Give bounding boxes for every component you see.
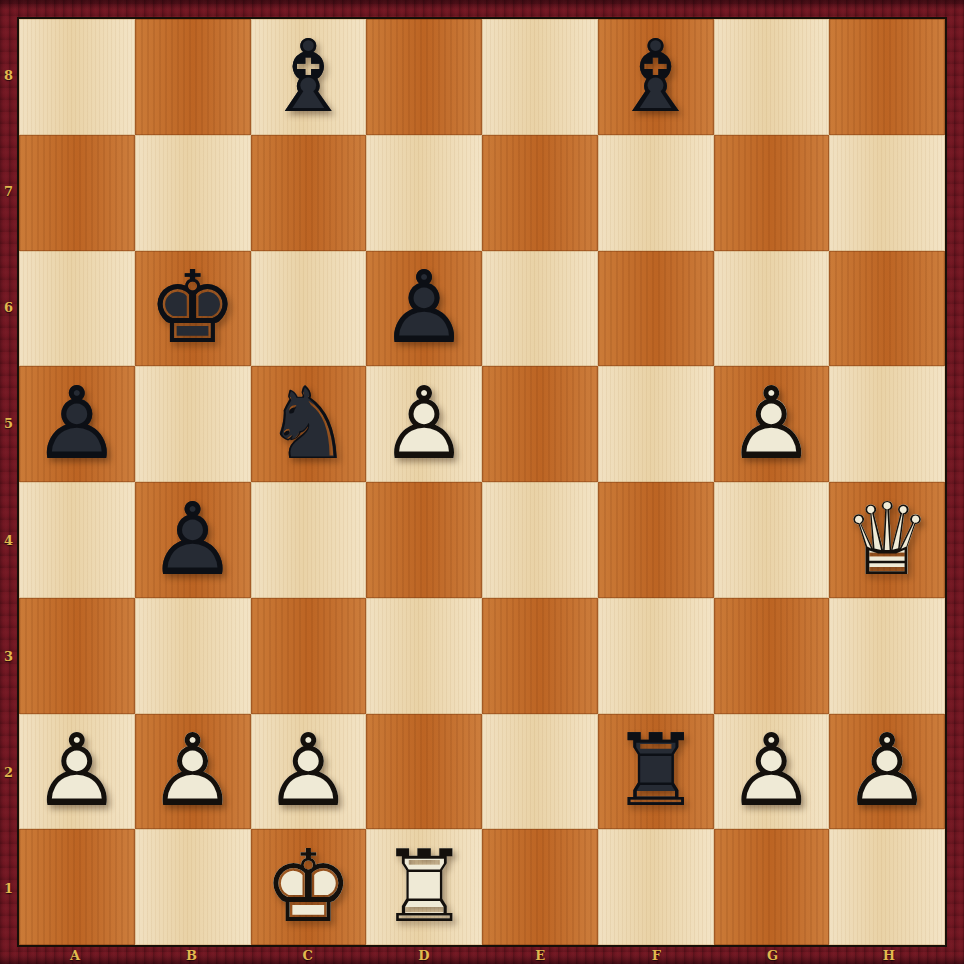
square-e7[interactable] — [482, 135, 598, 251]
pawn-outline: ♙ — [19, 366, 135, 482]
square-e8[interactable] — [482, 19, 598, 135]
square-h1[interactable] — [829, 829, 945, 945]
square-e2[interactable] — [482, 714, 598, 830]
bishop-outline: ♗ — [598, 19, 714, 135]
square-a4[interactable] — [19, 482, 135, 598]
square-c3[interactable] — [251, 598, 367, 714]
pawn-outline: ♙ — [19, 714, 135, 830]
pawn-outline: ♙ — [135, 482, 251, 598]
chess-board: ♝♗♝♗♚♔♟♙♟♙♞♘♟♙♟♙♟♙♛♕♟♙♟♙♟♙♜♖♟♙♟♙♚♔♜♖ — [17, 17, 947, 947]
square-b5[interactable] — [135, 366, 251, 482]
square-d1[interactable]: ♜♖ — [366, 829, 482, 945]
square-d3[interactable] — [366, 598, 482, 714]
pawn-outline: ♙ — [135, 714, 251, 830]
white-pawn[interactable]: ♟♙ — [714, 714, 830, 830]
square-a6[interactable] — [19, 251, 135, 367]
rank-label-7: 7 — [0, 133, 17, 249]
square-e4[interactable] — [482, 482, 598, 598]
white-queen[interactable]: ♛♕ — [829, 482, 945, 598]
rook-outline: ♖ — [598, 714, 714, 830]
square-f8[interactable]: ♝♗ — [598, 19, 714, 135]
black-pawn[interactable]: ♟♙ — [135, 482, 251, 598]
white-pawn[interactable]: ♟♙ — [366, 366, 482, 482]
square-c4[interactable] — [251, 482, 367, 598]
square-g4[interactable] — [714, 482, 830, 598]
square-c1[interactable]: ♚♔ — [251, 829, 367, 945]
square-b4[interactable]: ♟♙ — [135, 482, 251, 598]
square-b8[interactable] — [135, 19, 251, 135]
king-outline: ♔ — [135, 251, 251, 367]
knight-outline: ♘ — [251, 366, 367, 482]
rank-label-2: 2 — [0, 715, 17, 831]
square-c6[interactable] — [251, 251, 367, 367]
queen-outline: ♕ — [829, 482, 945, 598]
black-king[interactable]: ♚♔ — [135, 251, 251, 367]
square-g3[interactable] — [714, 598, 830, 714]
square-f6[interactable] — [598, 251, 714, 367]
pawn-outline: ♙ — [714, 714, 830, 830]
rank-label-6: 6 — [0, 250, 17, 366]
square-c5[interactable]: ♞♘ — [251, 366, 367, 482]
white-pawn[interactable]: ♟♙ — [135, 714, 251, 830]
rank-label-5: 5 — [0, 366, 17, 482]
black-bishop[interactable]: ♝♗ — [598, 19, 714, 135]
square-d7[interactable] — [366, 135, 482, 251]
black-bishop[interactable]: ♝♗ — [251, 19, 367, 135]
square-f3[interactable] — [598, 598, 714, 714]
white-king[interactable]: ♚♔ — [251, 829, 367, 945]
file-label-e: E — [482, 947, 598, 964]
white-rook[interactable]: ♜♖ — [366, 829, 482, 945]
pawn-outline: ♙ — [366, 251, 482, 367]
black-rook[interactable]: ♜♖ — [598, 714, 714, 830]
square-h5[interactable] — [829, 366, 945, 482]
king-outline: ♔ — [251, 829, 367, 945]
square-f5[interactable] — [598, 366, 714, 482]
file-label-a: A — [17, 947, 133, 964]
square-b3[interactable] — [135, 598, 251, 714]
rank-label-1: 1 — [0, 831, 17, 947]
rook-outline: ♖ — [366, 829, 482, 945]
square-b1[interactable] — [135, 829, 251, 945]
square-g7[interactable] — [714, 135, 830, 251]
file-label-b: B — [133, 947, 249, 964]
pawn-outline: ♙ — [714, 366, 830, 482]
file-labels: ABCDEFGH — [17, 947, 947, 964]
rank-label-8: 8 — [0, 17, 17, 133]
square-f4[interactable] — [598, 482, 714, 598]
file-label-c: C — [250, 947, 366, 964]
square-c8[interactable]: ♝♗ — [251, 19, 367, 135]
square-h3[interactable] — [829, 598, 945, 714]
white-pawn[interactable]: ♟♙ — [251, 714, 367, 830]
square-b7[interactable] — [135, 135, 251, 251]
bishop-outline: ♗ — [251, 19, 367, 135]
file-label-g: G — [715, 947, 831, 964]
file-label-d: D — [366, 947, 482, 964]
chessboard-app: ♝♗♝♗♚♔♟♙♟♙♞♘♟♙♟♙♟♙♛♕♟♙♟♙♟♙♜♖♟♙♟♙♚♔♜♖ 876… — [0, 0, 964, 964]
rank-label-3: 3 — [0, 598, 17, 714]
square-d4[interactable] — [366, 482, 482, 598]
square-c2[interactable]: ♟♙ — [251, 714, 367, 830]
black-pawn[interactable]: ♟♙ — [19, 366, 135, 482]
square-g5[interactable]: ♟♙ — [714, 366, 830, 482]
square-h8[interactable] — [829, 19, 945, 135]
square-a5[interactable]: ♟♙ — [19, 366, 135, 482]
square-f2[interactable]: ♜♖ — [598, 714, 714, 830]
square-g1[interactable] — [714, 829, 830, 945]
square-a3[interactable] — [19, 598, 135, 714]
square-h6[interactable] — [829, 251, 945, 367]
square-b6[interactable]: ♚♔ — [135, 251, 251, 367]
square-b2[interactable]: ♟♙ — [135, 714, 251, 830]
pawn-outline: ♙ — [366, 366, 482, 482]
square-d8[interactable] — [366, 19, 482, 135]
square-a2[interactable]: ♟♙ — [19, 714, 135, 830]
square-g8[interactable] — [714, 19, 830, 135]
square-d2[interactable] — [366, 714, 482, 830]
square-g2[interactable]: ♟♙ — [714, 714, 830, 830]
square-a1[interactable] — [19, 829, 135, 945]
file-label-f: F — [598, 947, 714, 964]
rank-label-4: 4 — [0, 482, 17, 598]
file-label-h: H — [831, 947, 947, 964]
square-e3[interactable] — [482, 598, 598, 714]
rank-labels: 87654321 — [0, 17, 17, 947]
square-e1[interactable] — [482, 829, 598, 945]
pawn-outline: ♙ — [829, 714, 945, 830]
square-a7[interactable] — [19, 135, 135, 251]
square-d5[interactable]: ♟♙ — [366, 366, 482, 482]
square-h4[interactable]: ♛♕ — [829, 482, 945, 598]
square-d6[interactable]: ♟♙ — [366, 251, 482, 367]
square-e6[interactable] — [482, 251, 598, 367]
square-g6[interactable] — [714, 251, 830, 367]
black-knight[interactable]: ♞♘ — [251, 366, 367, 482]
square-h7[interactable] — [829, 135, 945, 251]
white-pawn[interactable]: ♟♙ — [19, 714, 135, 830]
square-a8[interactable] — [19, 19, 135, 135]
white-pawn[interactable]: ♟♙ — [829, 714, 945, 830]
square-f1[interactable] — [598, 829, 714, 945]
square-h2[interactable]: ♟♙ — [829, 714, 945, 830]
pawn-outline: ♙ — [251, 714, 367, 830]
square-f7[interactable] — [598, 135, 714, 251]
square-e5[interactable] — [482, 366, 598, 482]
white-pawn[interactable]: ♟♙ — [714, 366, 830, 482]
black-pawn[interactable]: ♟♙ — [366, 251, 482, 367]
square-c7[interactable] — [251, 135, 367, 251]
